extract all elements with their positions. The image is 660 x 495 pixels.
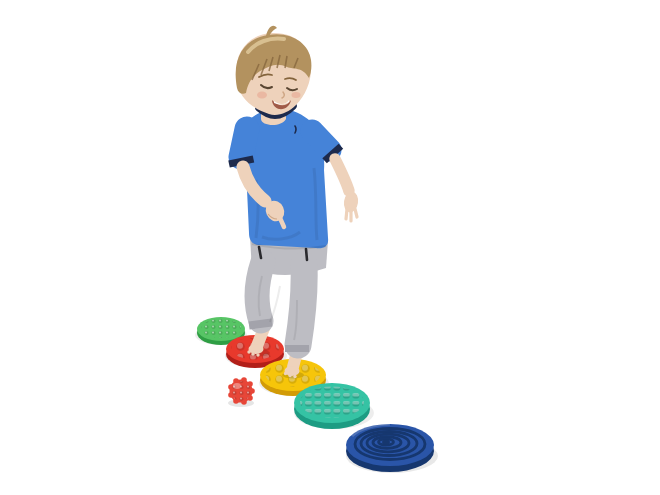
left-foot-toebox — [249, 344, 264, 354]
toe — [284, 372, 287, 375]
right-sleeve — [312, 131, 330, 150]
disc-texture — [201, 319, 241, 338]
pants-right-leg — [298, 265, 304, 345]
disc-texture — [300, 387, 364, 418]
right-cheek-blush — [292, 92, 301, 98]
left-cheek-blush — [257, 92, 267, 99]
ball-texture — [231, 381, 251, 401]
toe — [247, 350, 250, 353]
ball-highlight — [233, 383, 241, 389]
toe — [256, 353, 259, 356]
pants-left-cuff — [260, 320, 261, 328]
photo-stage: Product photo: smiling toddler boy in a … — [0, 0, 660, 495]
toe — [288, 374, 291, 377]
toe — [251, 352, 254, 355]
ridge-center — [384, 441, 389, 443]
scene-photo: Product photo: smiling toddler boy in a … — [0, 0, 660, 495]
left-sleeve — [241, 129, 247, 157]
toe — [293, 375, 296, 378]
